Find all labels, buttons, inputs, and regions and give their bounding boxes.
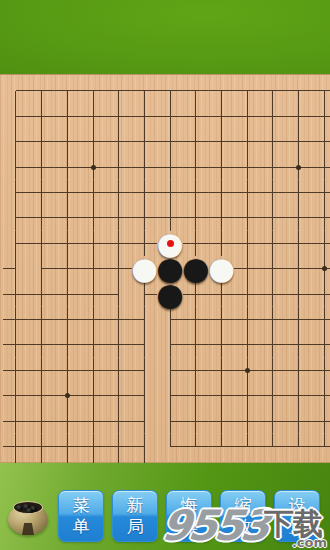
board-cell[interactable] — [286, 256, 312, 281]
board-cell[interactable] — [183, 180, 209, 205]
board-cell[interactable] — [234, 78, 260, 103]
board-cell[interactable] — [3, 180, 29, 205]
board-cell[interactable] — [234, 129, 260, 154]
board-cell[interactable] — [29, 332, 55, 357]
board-cell[interactable] — [286, 358, 312, 383]
board-cell[interactable] — [157, 129, 183, 154]
board-cell[interactable] — [132, 358, 158, 383]
board-cell[interactable] — [209, 307, 235, 332]
board-cell[interactable] — [234, 154, 260, 179]
board-cell[interactable] — [132, 408, 158, 433]
board-cell[interactable] — [55, 205, 81, 230]
board-cell[interactable] — [311, 434, 330, 459]
black-stone: ● — [157, 256, 183, 281]
board-cell[interactable] — [106, 383, 132, 408]
board-cell[interactable] — [234, 205, 260, 230]
board-cell[interactable] — [132, 307, 158, 332]
board-cell[interactable] — [55, 104, 81, 129]
bottom-toolbar: 菜 单 新 局 悔 棋 缩 放 设 置 — [0, 463, 330, 550]
board-cell[interactable] — [260, 256, 286, 281]
board-cell[interactable] — [209, 205, 235, 230]
board-cell[interactable] — [234, 307, 260, 332]
board-cell[interactable] — [183, 358, 209, 383]
board-cell[interactable] — [29, 358, 55, 383]
zoom-button[interactable]: 缩 放 — [220, 490, 266, 542]
board-cell[interactable] — [286, 434, 312, 459]
board-cell[interactable] — [286, 307, 312, 332]
board-cell[interactable] — [234, 332, 260, 357]
board-cell[interactable] — [3, 256, 29, 281]
board-cell[interactable] — [3, 281, 29, 306]
board-cell[interactable] — [234, 231, 260, 256]
white-stone: ● — [132, 256, 158, 281]
board-cell[interactable] — [311, 383, 330, 408]
board-cell[interactable] — [132, 78, 158, 103]
board-cell[interactable] — [311, 205, 330, 230]
board-cell[interactable] — [55, 434, 81, 459]
board-cell[interactable] — [234, 434, 260, 459]
board-cell[interactable] — [29, 383, 55, 408]
new-game-button[interactable]: 新 局 — [112, 490, 158, 542]
undo-button[interactable]: 悔 棋 — [166, 490, 212, 542]
goban-board: ●●●●●● — [0, 74, 330, 463]
board-cell[interactable] — [183, 231, 209, 256]
board-cell[interactable] — [132, 434, 158, 459]
board-cell[interactable] — [3, 129, 29, 154]
board-cell[interactable] — [157, 205, 183, 230]
board-cell[interactable] — [183, 154, 209, 179]
board-cell[interactable] — [29, 256, 55, 281]
board-cell[interactable] — [209, 434, 235, 459]
board-cell[interactable] — [286, 408, 312, 433]
board-cell[interactable] — [106, 256, 132, 281]
board-cell[interactable] — [106, 129, 132, 154]
board-cell[interactable] — [80, 205, 106, 230]
board-cell[interactable] — [106, 281, 132, 306]
board-cell[interactable] — [80, 154, 106, 179]
board-cell[interactable] — [132, 231, 158, 256]
bowl-stones — [13, 501, 43, 514]
board-cell[interactable] — [234, 281, 260, 306]
board-cell[interactable] — [55, 408, 81, 433]
toolbar-buttons: 菜 单 新 局 悔 棋 缩 放 设 置 — [58, 490, 320, 542]
board-cell[interactable] — [132, 180, 158, 205]
board-cell[interactable] — [132, 104, 158, 129]
board-cell[interactable] — [80, 408, 106, 433]
board-cell[interactable] — [311, 231, 330, 256]
board-cell[interactable] — [209, 383, 235, 408]
board-cell[interactable] — [55, 256, 81, 281]
board-cell[interactable] — [286, 154, 312, 179]
board-cell[interactable] — [55, 358, 81, 383]
board-cell[interactable] — [55, 332, 81, 357]
board-cell[interactable] — [260, 129, 286, 154]
board-cell[interactable] — [286, 332, 312, 357]
board-cell[interactable] — [132, 129, 158, 154]
board-cell[interactable] — [286, 180, 312, 205]
board-cell[interactable] — [311, 104, 330, 129]
settings-button[interactable]: 设 置 — [274, 490, 320, 542]
board-cell[interactable] — [311, 281, 330, 306]
board-cell[interactable] — [311, 408, 330, 433]
board-cell[interactable] — [132, 281, 158, 306]
black-stone: ● — [157, 281, 183, 306]
board-cell[interactable] — [55, 78, 81, 103]
board-cell[interactable] — [311, 332, 330, 357]
board-cell[interactable] — [311, 307, 330, 332]
board-cell[interactable] — [29, 129, 55, 154]
board-cell[interactable] — [29, 154, 55, 179]
board-cell[interactable] — [209, 231, 235, 256]
board-cell[interactable] — [3, 332, 29, 357]
board-cell[interactable] — [106, 104, 132, 129]
board-cell[interactable] — [3, 231, 29, 256]
board-cell[interactable] — [286, 231, 312, 256]
board-cell[interactable] — [286, 78, 312, 103]
board-cell[interactable] — [234, 104, 260, 129]
board-cell[interactable] — [157, 358, 183, 383]
board-cell[interactable] — [260, 180, 286, 205]
board-cell[interactable] — [106, 154, 132, 179]
board-cell[interactable] — [29, 231, 55, 256]
board-cell[interactable] — [286, 281, 312, 306]
board-cell[interactable] — [234, 408, 260, 433]
board-cell[interactable] — [260, 154, 286, 179]
board-cell[interactable] — [157, 154, 183, 179]
board-cell[interactable] — [29, 78, 55, 103]
board-cell[interactable] — [183, 434, 209, 459]
app-screen: ●●●●●● 菜 单 新 局 悔 棋 缩 放 设 置 9553 下载 .com — [0, 0, 330, 550]
board-cell[interactable] — [183, 408, 209, 433]
board-cell[interactable] — [260, 358, 286, 383]
board-cell[interactable] — [132, 383, 158, 408]
board-cell[interactable] — [209, 129, 235, 154]
board-cell[interactable] — [29, 434, 55, 459]
board-cell[interactable] — [260, 231, 286, 256]
board-cell[interactable] — [106, 358, 132, 383]
board-cell[interactable] — [106, 78, 132, 103]
board-cell[interactable] — [209, 332, 235, 357]
board-cell[interactable] — [286, 104, 312, 129]
board-cell[interactable] — [80, 434, 106, 459]
board-cell[interactable] — [157, 383, 183, 408]
board-cell[interactable] — [209, 154, 235, 179]
board-cell[interactable] — [106, 434, 132, 459]
board-cell[interactable] — [311, 154, 330, 179]
board-cell[interactable] — [209, 281, 235, 306]
board-cell[interactable] — [260, 281, 286, 306]
board-cell[interactable] — [3, 383, 29, 408]
board-cell[interactable] — [286, 129, 312, 154]
board-cell[interactable] — [80, 78, 106, 103]
board-cell[interactable] — [209, 78, 235, 103]
board-cell[interactable] — [209, 408, 235, 433]
board-cell[interactable] — [209, 104, 235, 129]
board-cell[interactable] — [55, 281, 81, 306]
board-cell[interactable] — [311, 256, 330, 281]
white-stone: ● — [157, 231, 183, 256]
board-cell[interactable] — [3, 104, 29, 129]
board-cell[interactable] — [234, 358, 260, 383]
board-cell[interactable] — [286, 205, 312, 230]
board-cell[interactable] — [55, 180, 81, 205]
board-cell[interactable] — [29, 408, 55, 433]
board-cell[interactable] — [3, 408, 29, 433]
board-cell[interactable] — [106, 180, 132, 205]
board-cell[interactable] — [29, 205, 55, 230]
board-cell[interactable] — [29, 104, 55, 129]
board-cell[interactable] — [106, 231, 132, 256]
board-cell[interactable] — [80, 129, 106, 154]
board-cell[interactable] — [260, 332, 286, 357]
board-cell[interactable] — [260, 78, 286, 103]
board-cell[interactable] — [55, 307, 81, 332]
board-cell[interactable] — [260, 408, 286, 433]
board-cell[interactable] — [183, 78, 209, 103]
board-cell[interactable] — [209, 180, 235, 205]
white-stone: ● — [209, 256, 235, 281]
board-cell[interactable] — [80, 180, 106, 205]
board-cell[interactable] — [260, 104, 286, 129]
board-cell[interactable] — [183, 332, 209, 357]
board-cell[interactable] — [55, 231, 81, 256]
board-cell[interactable] — [260, 205, 286, 230]
board-cell[interactable] — [3, 78, 29, 103]
board-cell[interactable] — [132, 205, 158, 230]
board-cell[interactable] — [80, 231, 106, 256]
board-cell[interactable] — [55, 383, 81, 408]
board-cell[interactable] — [183, 281, 209, 306]
board-cell[interactable] — [311, 78, 330, 103]
board-cell[interactable] — [80, 383, 106, 408]
board-cell[interactable] — [157, 104, 183, 129]
board-cell[interactable] — [132, 332, 158, 357]
board-cell[interactable] — [157, 332, 183, 357]
board-cell[interactable] — [311, 180, 330, 205]
board-grid: ●●●●●● — [3, 78, 330, 484]
board-cell[interactable] — [157, 78, 183, 103]
board-cell[interactable] — [106, 408, 132, 433]
board-cell[interactable] — [234, 383, 260, 408]
stone-bowl-icon[interactable] — [7, 495, 49, 537]
board-cell[interactable] — [157, 180, 183, 205]
board-cell[interactable] — [260, 434, 286, 459]
black-stone: ● — [183, 256, 209, 281]
board-cell[interactable] — [80, 104, 106, 129]
board-cell[interactable] — [3, 154, 29, 179]
board-cell[interactable] — [3, 205, 29, 230]
top-background — [0, 0, 330, 74]
board-cell[interactable] — [55, 154, 81, 179]
board-cell[interactable] — [234, 180, 260, 205]
board-cell[interactable] — [80, 281, 106, 306]
board-cell[interactable] — [106, 205, 132, 230]
board-cell[interactable] — [80, 332, 106, 357]
board-cell[interactable] — [80, 256, 106, 281]
board-cell[interactable] — [260, 307, 286, 332]
board-cell[interactable] — [260, 383, 286, 408]
board-cell[interactable] — [80, 358, 106, 383]
last-move-marker — [167, 240, 174, 247]
board-cell[interactable] — [3, 434, 29, 459]
board-cell[interactable] — [157, 307, 183, 332]
board-cell[interactable] — [106, 332, 132, 357]
board-cell[interactable] — [29, 180, 55, 205]
board-cell[interactable] — [157, 408, 183, 433]
board-cell[interactable] — [29, 281, 55, 306]
board-cell[interactable] — [183, 307, 209, 332]
board-cell[interactable] — [286, 383, 312, 408]
board-cell[interactable] — [311, 129, 330, 154]
board-cell[interactable] — [132, 154, 158, 179]
menu-button[interactable]: 菜 单 — [58, 490, 104, 542]
board-cell[interactable] — [183, 129, 209, 154]
board-cell[interactable] — [55, 129, 81, 154]
board-cell[interactable] — [183, 104, 209, 129]
board-cell[interactable] — [157, 434, 183, 459]
board-cell[interactable] — [3, 307, 29, 332]
board-cell[interactable] — [80, 307, 106, 332]
board-cell[interactable] — [209, 358, 235, 383]
board-cell[interactable] — [106, 307, 132, 332]
board-cell[interactable] — [183, 205, 209, 230]
board-cell[interactable] — [29, 307, 55, 332]
board-cell[interactable] — [3, 358, 29, 383]
board-cell[interactable] — [234, 256, 260, 281]
board-cell[interactable] — [311, 358, 330, 383]
board-cell[interactable] — [183, 383, 209, 408]
